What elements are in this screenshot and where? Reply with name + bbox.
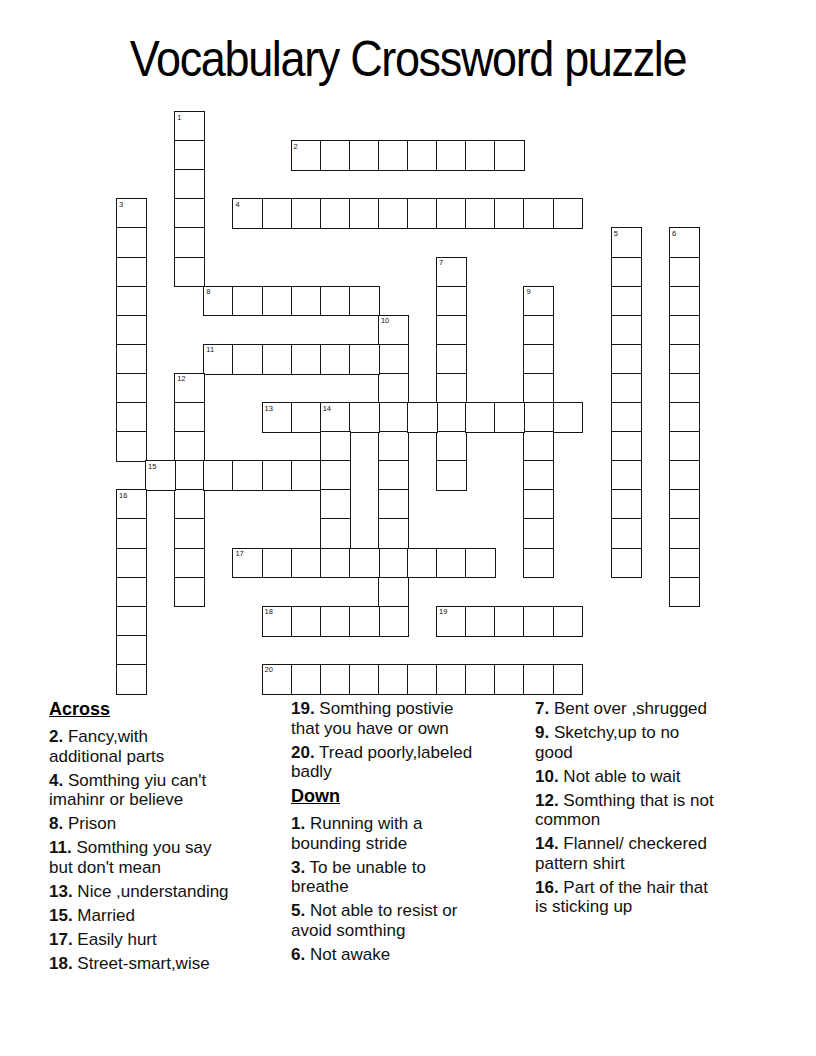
grid-cell[interactable] (436, 286, 467, 317)
grid-cell[interactable] (174, 460, 205, 491)
grid-cell[interactable] (349, 140, 380, 171)
grid-cell[interactable] (669, 315, 700, 346)
grid-cell[interactable] (611, 344, 642, 375)
grid-cell[interactable] (523, 518, 554, 549)
clue-item-text: Somthing postivie that you have or own (291, 699, 454, 738)
crossword-grid: 1234567891011121314151617181920 (116, 111, 700, 695)
grid-cell[interactable] (320, 460, 351, 491)
clue-number: 1 (177, 113, 181, 122)
grid-cell[interactable] (262, 548, 293, 579)
grid-cell[interactable] (436, 431, 467, 462)
grid-cell[interactable] (291, 198, 322, 229)
clue-number: 6 (672, 229, 676, 238)
clue-item-number: 14. (535, 834, 559, 853)
grid-cell[interactable]: 19 (436, 606, 467, 637)
clue-number: 3 (119, 200, 123, 209)
grid-cell[interactable] (174, 140, 205, 171)
grid-cell[interactable] (116, 402, 147, 433)
grid-cell[interactable] (378, 489, 409, 520)
down-header: Down (291, 786, 527, 807)
clue-number: 18 (265, 607, 273, 616)
clue-16: 16. Part of the hair that is sticking up (535, 878, 765, 917)
clue-item-number: 10. (535, 767, 559, 786)
grid-cell[interactable]: 12 (174, 373, 205, 404)
grid-cell[interactable] (291, 402, 322, 433)
grid-cell[interactable] (669, 518, 700, 549)
clue-2: 2. Fancy,with additional parts (49, 727, 277, 766)
grid-cell[interactable] (174, 402, 205, 433)
grid-cell[interactable] (436, 198, 467, 229)
clue-column-1: Across2. Fancy,with additional parts4. S… (49, 699, 277, 978)
grid-cell[interactable] (494, 198, 525, 229)
across-header: Across (49, 699, 277, 720)
clue-item-number: 4. (49, 771, 63, 790)
clue-item-number: 13. (49, 882, 73, 901)
grid-cell[interactable] (611, 460, 642, 491)
grid-cell[interactable] (611, 518, 642, 549)
clue-number: 14 (323, 404, 331, 413)
grid-cell[interactable] (349, 606, 380, 637)
grid-cell[interactable] (174, 227, 205, 258)
grid-cell[interactable] (320, 140, 351, 171)
clue-item-number: 3. (291, 858, 305, 877)
clue-item-text: Not able to wait (559, 767, 681, 786)
clue-9: 9. Sketchy,up to no good (535, 723, 765, 762)
grid-cell[interactable]: 5 (611, 227, 642, 258)
grid-cell[interactable] (611, 489, 642, 520)
grid-cell[interactable]: 15 (145, 460, 176, 491)
grid-cell[interactable] (320, 286, 351, 317)
grid-cell[interactable] (494, 606, 525, 637)
grid-cell[interactable] (116, 431, 147, 462)
clue-10: 10. Not able to wait (535, 767, 765, 787)
grid-cell[interactable]: 2 (291, 140, 322, 171)
clue-19: 19. Somthing postivie that you have or o… (291, 699, 527, 738)
clue-18: 18. Street-smart,wise (49, 954, 277, 974)
grid-cell[interactable] (407, 140, 438, 171)
grid-cell[interactable] (378, 402, 409, 433)
grid-cell[interactable] (291, 286, 322, 317)
grid-cell[interactable] (291, 548, 322, 579)
grid-cell[interactable] (436, 344, 467, 375)
clue-15: 15. Married (49, 906, 277, 926)
grid-cell[interactable] (232, 344, 263, 375)
clue-column-3: 7. Bent over ,shrugged9. Sketchy,up to n… (535, 699, 765, 921)
grid-cell[interactable] (116, 518, 147, 549)
grid-cell[interactable] (349, 548, 380, 579)
clue-item-text: Easily hurt (73, 930, 157, 949)
clue-item-text: Fancy,with additional parts (49, 727, 164, 766)
clue-item-number: 9. (535, 723, 549, 742)
grid-cell[interactable] (378, 518, 409, 549)
grid-cell[interactable] (553, 402, 584, 433)
grid-cell[interactable] (203, 460, 234, 491)
grid-cell[interactable] (494, 664, 525, 695)
clue-number: 8 (206, 287, 210, 296)
grid-cell[interactable]: 16 (116, 489, 147, 520)
grid-cell[interactable] (611, 286, 642, 317)
clue-column-2: 19. Somthing postivie that you have or o… (291, 699, 527, 969)
clue-item-text: Running with a bounding stride (291, 814, 422, 853)
grid-cell[interactable] (523, 402, 554, 433)
grid-cell[interactable] (465, 664, 496, 695)
grid-cell[interactable]: 17 (232, 548, 263, 579)
grid-cell[interactable] (320, 344, 351, 375)
clue-item-number: 19. (291, 699, 315, 718)
clue-item-number: 17. (49, 930, 73, 949)
grid-cell[interactable]: 3 (116, 198, 147, 229)
clue-number: 4 (235, 200, 239, 209)
grid-cell[interactable] (174, 169, 205, 200)
grid-cell[interactable] (174, 518, 205, 549)
grid-cell[interactable] (669, 460, 700, 491)
clue-item-number: 8. (49, 814, 63, 833)
grid-cell[interactable] (349, 664, 380, 695)
grid-cell[interactable] (378, 198, 409, 229)
grid-cell[interactable] (320, 548, 351, 579)
clue-5: 5. Not able to resist or avoid somthing (291, 901, 527, 940)
grid-cell[interactable] (669, 489, 700, 520)
clue-number: 16 (119, 491, 127, 500)
clue-6: 6. Not awake (291, 945, 527, 965)
grid-cell[interactable] (669, 373, 700, 404)
grid-cell[interactable] (174, 198, 205, 229)
grid-cell[interactable] (378, 344, 409, 375)
grid-cell[interactable] (523, 373, 554, 404)
clue-item-number: 16. (535, 878, 559, 897)
clue-number: 11 (206, 345, 214, 354)
grid-cell[interactable]: 11 (203, 344, 234, 375)
grid-cell[interactable] (611, 315, 642, 346)
grid-cell[interactable] (116, 344, 147, 375)
grid-cell[interactable] (436, 664, 467, 695)
grid-cell[interactable] (465, 198, 496, 229)
grid-cell[interactable] (465, 606, 496, 637)
grid-cell[interactable] (116, 257, 147, 288)
grid-cell[interactable] (262, 198, 293, 229)
grid-cell[interactable] (349, 344, 380, 375)
grid-cell[interactable]: 7 (436, 257, 467, 288)
clue-17: 17. Easily hurt (49, 930, 277, 950)
clue-item-text: Street-smart,wise (73, 954, 210, 973)
clue-20: 20. Tread poorly,labeled badly (291, 743, 527, 782)
grid-cell[interactable] (320, 606, 351, 637)
grid-cell[interactable] (378, 460, 409, 491)
clue-item-number: 12. (535, 791, 559, 810)
grid-cell[interactable] (669, 257, 700, 288)
grid-cell[interactable] (523, 198, 554, 229)
clue-11: 11. Somthing you say but don't mean (49, 838, 277, 877)
grid-cell[interactable] (116, 635, 147, 666)
clue-number: 5 (614, 229, 618, 238)
grid-cell[interactable] (378, 664, 409, 695)
grid-cell[interactable] (378, 431, 409, 462)
grid-cell[interactable] (611, 431, 642, 462)
grid-cell[interactable] (378, 606, 409, 637)
clue-14: 14. Flannel/ checkered pattern shirt (535, 834, 765, 873)
grid-cell[interactable] (407, 198, 438, 229)
grid-cell[interactable] (669, 548, 700, 579)
grid-cell[interactable]: 8 (203, 286, 234, 317)
clue-item-number: 5. (291, 901, 305, 920)
clue-13: 13. Nice ,understanding (49, 882, 277, 902)
grid-cell[interactable] (232, 286, 263, 317)
grid-cell[interactable] (436, 373, 467, 404)
grid-cell[interactable] (611, 402, 642, 433)
grid-cell[interactable] (436, 402, 467, 433)
clue-item-text: To be unable to breathe (291, 858, 426, 897)
grid-cell[interactable] (349, 198, 380, 229)
grid-cell[interactable] (436, 548, 467, 579)
grid-cell[interactable] (116, 664, 147, 695)
grid-cell[interactable] (523, 344, 554, 375)
page-title: Vocabulary Crossword puzzle (41, 30, 775, 88)
clue-item-number: 1. (291, 814, 305, 833)
grid-cell[interactable] (320, 431, 351, 462)
grid-cell[interactable] (116, 227, 147, 258)
grid-cell[interactable] (523, 489, 554, 520)
grid-cell[interactable] (320, 198, 351, 229)
grid-cell[interactable] (436, 460, 467, 491)
grid-cell[interactable]: 20 (262, 664, 293, 695)
grid-cell[interactable] (553, 606, 584, 637)
clue-12: 12. Somthing that is not common (535, 791, 765, 830)
clue-number: 7 (439, 258, 443, 267)
grid-cell[interactable] (320, 489, 351, 520)
grid-cell[interactable] (669, 286, 700, 317)
grid-cell[interactable] (436, 315, 467, 346)
clue-item-text: Not able to resist or avoid somthing (291, 901, 457, 940)
clue-item-number: 6. (291, 945, 305, 964)
grid-cell[interactable] (116, 606, 147, 637)
grid-cell[interactable] (523, 664, 554, 695)
grid-cell[interactable] (378, 548, 409, 579)
clue-item-text: Flannel/ checkered pattern shirt (535, 834, 707, 873)
grid-cell[interactable] (407, 664, 438, 695)
clue-item-text: Married (73, 906, 135, 925)
clue-item-text: Somthing you say but don't mean (49, 838, 212, 877)
grid-cell[interactable] (174, 489, 205, 520)
grid-cell[interactable] (291, 460, 322, 491)
grid-cell[interactable] (494, 140, 525, 171)
clue-number: 15 (148, 462, 156, 471)
grid-cell[interactable] (291, 664, 322, 695)
grid-cell[interactable] (494, 402, 525, 433)
clue-number: 20 (265, 665, 273, 674)
clue-number: 17 (235, 549, 243, 558)
grid-cell[interactable] (174, 257, 205, 288)
grid-cell[interactable] (553, 198, 584, 229)
crossword-worksheet: Vocabulary Crossword puzzle 123456789101… (0, 0, 816, 1056)
clue-item-text: Somthing yiu can't imahinr or believe (49, 771, 206, 810)
clue-number: 9 (526, 287, 530, 296)
grid-cell[interactable] (116, 548, 147, 579)
grid-cell[interactable]: 10 (378, 315, 409, 346)
clue-item-text: Nice ,understanding (73, 882, 229, 901)
grid-cell[interactable] (174, 548, 205, 579)
clue-item-text: Bent over ,shrugged (549, 699, 707, 718)
grid-cell[interactable] (320, 518, 351, 549)
grid-cell[interactable] (523, 431, 554, 462)
grid-cell[interactable] (407, 402, 438, 433)
grid-cell[interactable] (232, 460, 263, 491)
grid-cell[interactable] (116, 315, 147, 346)
grid-cell[interactable] (523, 460, 554, 491)
grid-cell[interactable] (291, 606, 322, 637)
grid-cell[interactable] (378, 577, 409, 608)
grid-cell[interactable] (116, 577, 147, 608)
clue-item-number: 2. (49, 727, 63, 746)
clue-item-number: 11. (49, 838, 72, 857)
grid-cell[interactable] (174, 577, 205, 608)
clue-item-number: 15. (49, 906, 73, 925)
grid-cell[interactable] (378, 140, 409, 171)
grid-cell[interactable]: 1 (174, 111, 205, 142)
grid-cell[interactable] (611, 373, 642, 404)
grid-cell[interactable] (523, 548, 554, 579)
grid-cell[interactable]: 14 (320, 402, 351, 433)
clue-item-number: 7. (535, 699, 549, 718)
grid-cell[interactable] (262, 286, 293, 317)
clue-1: 1. Running with a bounding stride (291, 814, 527, 853)
clue-number: 13 (265, 404, 273, 413)
clue-item-number: 18. (49, 954, 73, 973)
clue-8: 8. Prison (49, 814, 277, 834)
clue-number: 10 (381, 316, 389, 325)
grid-cell[interactable] (116, 286, 147, 317)
clue-item-number: 20. (291, 743, 315, 762)
grid-cell[interactable] (116, 373, 147, 404)
grid-cell[interactable] (378, 373, 409, 404)
grid-cell[interactable] (291, 344, 322, 375)
grid-cell[interactable] (553, 664, 584, 695)
grid-cell[interactable] (465, 402, 496, 433)
grid-cell[interactable] (349, 286, 380, 317)
clue-number: 12 (177, 374, 185, 383)
grid-cell[interactable] (669, 431, 700, 462)
grid-cell[interactable]: 13 (262, 402, 293, 433)
clue-4: 4. Somthing yiu can't imahinr or believe (49, 771, 277, 810)
grid-cell[interactable] (262, 460, 293, 491)
clue-7: 7. Bent over ,shrugged (535, 699, 765, 719)
grid-cell[interactable]: 4 (232, 198, 263, 229)
grid-cell[interactable] (174, 431, 205, 462)
grid-cell[interactable] (320, 664, 351, 695)
clue-item-text: Not awake (305, 945, 390, 964)
clue-item-text: Prison (63, 814, 116, 833)
clue-item-text: Part of the hair that is sticking up (535, 878, 708, 917)
clue-number: 2 (294, 142, 298, 151)
clue-number: 19 (439, 607, 447, 616)
grid-cell[interactable]: 18 (262, 606, 293, 637)
grid-cell[interactable] (262, 344, 293, 375)
grid-cell[interactable] (669, 577, 700, 608)
grid-cell[interactable] (349, 402, 380, 433)
grid-cell[interactable]: 6 (669, 227, 700, 258)
grid-cell[interactable] (465, 548, 496, 579)
clue-item-text: Sketchy,up to no good (535, 723, 679, 762)
clue-item-text: Tread poorly,labeled badly (291, 743, 472, 782)
grid-cell[interactable] (611, 257, 642, 288)
grid-cell[interactable] (436, 140, 467, 171)
grid-cell[interactable]: 9 (523, 286, 554, 317)
grid-cell[interactable] (669, 344, 700, 375)
grid-cell[interactable] (465, 140, 496, 171)
grid-cell[interactable] (523, 315, 554, 346)
grid-cell[interactable] (669, 402, 700, 433)
grid-cell[interactable] (407, 548, 438, 579)
clue-item-text: Somthing that is not common (535, 791, 714, 830)
grid-cell[interactable] (523, 606, 554, 637)
clue-3: 3. To be unable to breathe (291, 858, 527, 897)
grid-cell[interactable] (611, 548, 642, 579)
